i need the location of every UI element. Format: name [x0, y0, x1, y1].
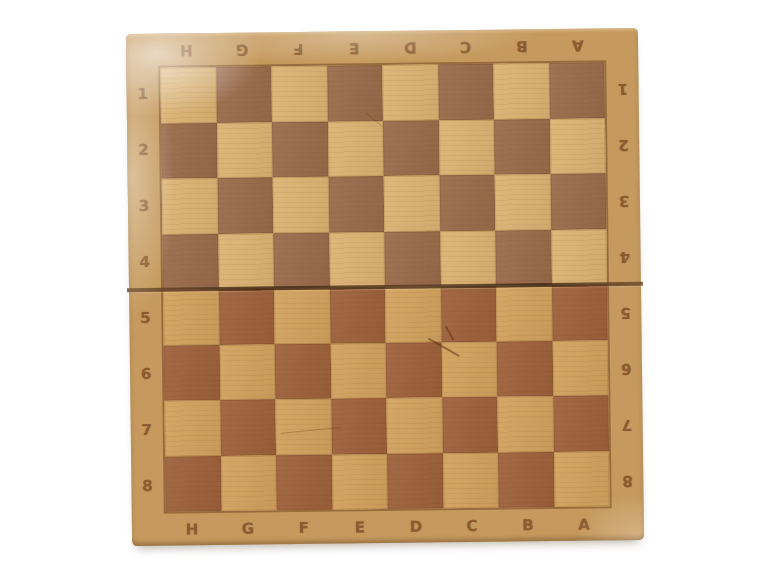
square-b3[interactable] [495, 174, 551, 230]
file-label-bottom-c: C [466, 518, 477, 533]
square-g6[interactable] [219, 344, 275, 400]
square-g5[interactable] [219, 288, 275, 344]
square-h7[interactable] [164, 400, 220, 456]
rank-label-left-4: 4 [139, 254, 150, 269]
square-b6[interactable] [497, 340, 553, 396]
square-d2[interactable] [383, 120, 439, 176]
square-f7[interactable] [275, 399, 331, 455]
file-label-top-e: E [349, 40, 359, 55]
square-e7[interactable] [331, 398, 387, 454]
rank-labels-left: 12345678 [126, 66, 163, 514]
square-e3[interactable] [328, 176, 384, 232]
square-b1[interactable] [493, 63, 549, 119]
rank-label-left-2: 2 [138, 142, 149, 157]
file-label-bottom-d: D [410, 519, 423, 534]
square-a6[interactable] [552, 340, 608, 396]
rank-label-right-2: 2 [618, 137, 629, 152]
file-labels-top: HGFEDCBA [158, 28, 606, 65]
rank-label-right-5: 5 [620, 305, 631, 320]
square-a4[interactable] [551, 229, 607, 285]
square-c3[interactable] [439, 175, 495, 231]
file-label-top-c: C [460, 38, 471, 53]
rank-label-right-7: 7 [621, 416, 632, 431]
file-label-bottom-f: F [299, 520, 309, 535]
square-d4[interactable] [384, 231, 440, 287]
square-f1[interactable] [271, 66, 327, 122]
square-g2[interactable] [216, 122, 272, 178]
square-b7[interactable] [497, 396, 553, 452]
square-b8[interactable] [498, 451, 554, 507]
square-h6[interactable] [164, 345, 220, 401]
square-g8[interactable] [221, 455, 277, 511]
rank-labels-right: 12345678 [606, 60, 643, 508]
square-h4[interactable] [162, 234, 218, 290]
rank-label-left-3: 3 [139, 198, 150, 213]
square-g3[interactable] [217, 177, 273, 233]
rank-label-right-4: 4 [619, 249, 630, 264]
square-f6[interactable] [275, 343, 331, 399]
square-h1[interactable] [160, 67, 216, 123]
square-g7[interactable] [220, 399, 276, 455]
rank-label-left-1: 1 [137, 86, 148, 101]
rank-label-right-8: 8 [622, 472, 633, 487]
file-label-top-f: F [293, 40, 303, 55]
file-label-top-d: D [404, 39, 417, 54]
square-a3[interactable] [550, 173, 606, 229]
square-f5[interactable] [274, 288, 330, 344]
file-label-bottom-h: H [186, 522, 199, 537]
square-c4[interactable] [440, 230, 496, 286]
square-d6[interactable] [386, 342, 442, 398]
square-c6[interactable] [441, 341, 497, 397]
square-e1[interactable] [327, 65, 383, 121]
square-a1[interactable] [549, 62, 605, 118]
file-label-top-g: G [236, 41, 248, 56]
square-c1[interactable] [438, 64, 494, 120]
square-f8[interactable] [276, 454, 332, 510]
photo-background: HGFEDCBA HGFEDCBA 12345678 12345678 [0, 0, 768, 577]
rank-label-right-6: 6 [621, 360, 632, 375]
square-a5[interactable] [551, 284, 607, 340]
square-b5[interactable] [496, 285, 552, 341]
square-c8[interactable] [443, 452, 499, 508]
square-b2[interactable] [494, 118, 550, 174]
file-label-top-a: A [572, 37, 584, 52]
square-h3[interactable] [162, 178, 218, 234]
rank-label-right-3: 3 [619, 193, 630, 208]
file-label-bottom-e: E [355, 520, 365, 535]
square-c2[interactable] [438, 119, 494, 175]
rank-label-left-7: 7 [141, 422, 152, 437]
square-c7[interactable] [442, 397, 498, 453]
square-c5[interactable] [440, 286, 496, 342]
square-g1[interactable] [216, 66, 272, 122]
square-d5[interactable] [385, 286, 441, 342]
square-b4[interactable] [495, 229, 551, 285]
rank-label-right-1: 1 [617, 81, 628, 96]
file-label-top-h: H [180, 42, 193, 57]
chessboard[interactable]: HGFEDCBA HGFEDCBA 12345678 12345678 [126, 28, 644, 546]
square-d1[interactable] [382, 64, 438, 120]
square-h5[interactable] [163, 289, 219, 345]
rank-label-left-6: 6 [141, 366, 152, 381]
square-d7[interactable] [386, 397, 442, 453]
square-e2[interactable] [327, 121, 383, 177]
file-label-bottom-a: A [578, 517, 590, 532]
square-g4[interactable] [218, 233, 274, 289]
square-e4[interactable] [329, 232, 385, 288]
square-a7[interactable] [553, 395, 609, 451]
file-label-bottom-g: G [242, 521, 254, 536]
file-labels-bottom: HGFEDCBA [164, 508, 612, 545]
square-f2[interactable] [272, 121, 328, 177]
square-d8[interactable] [387, 453, 443, 509]
rank-label-left-5: 5 [140, 310, 151, 325]
file-label-bottom-b: B [522, 518, 534, 533]
square-e8[interactable] [332, 453, 388, 509]
file-label-top-b: B [516, 38, 528, 53]
square-a2[interactable] [549, 118, 605, 174]
square-h8[interactable] [165, 456, 221, 512]
square-e5[interactable] [330, 287, 386, 343]
square-f4[interactable] [273, 232, 329, 288]
rank-label-left-8: 8 [142, 478, 153, 493]
square-e6[interactable] [330, 342, 386, 398]
square-d3[interactable] [384, 175, 440, 231]
square-f3[interactable] [273, 177, 329, 233]
square-a8[interactable] [554, 451, 610, 507]
square-h2[interactable] [161, 123, 217, 179]
